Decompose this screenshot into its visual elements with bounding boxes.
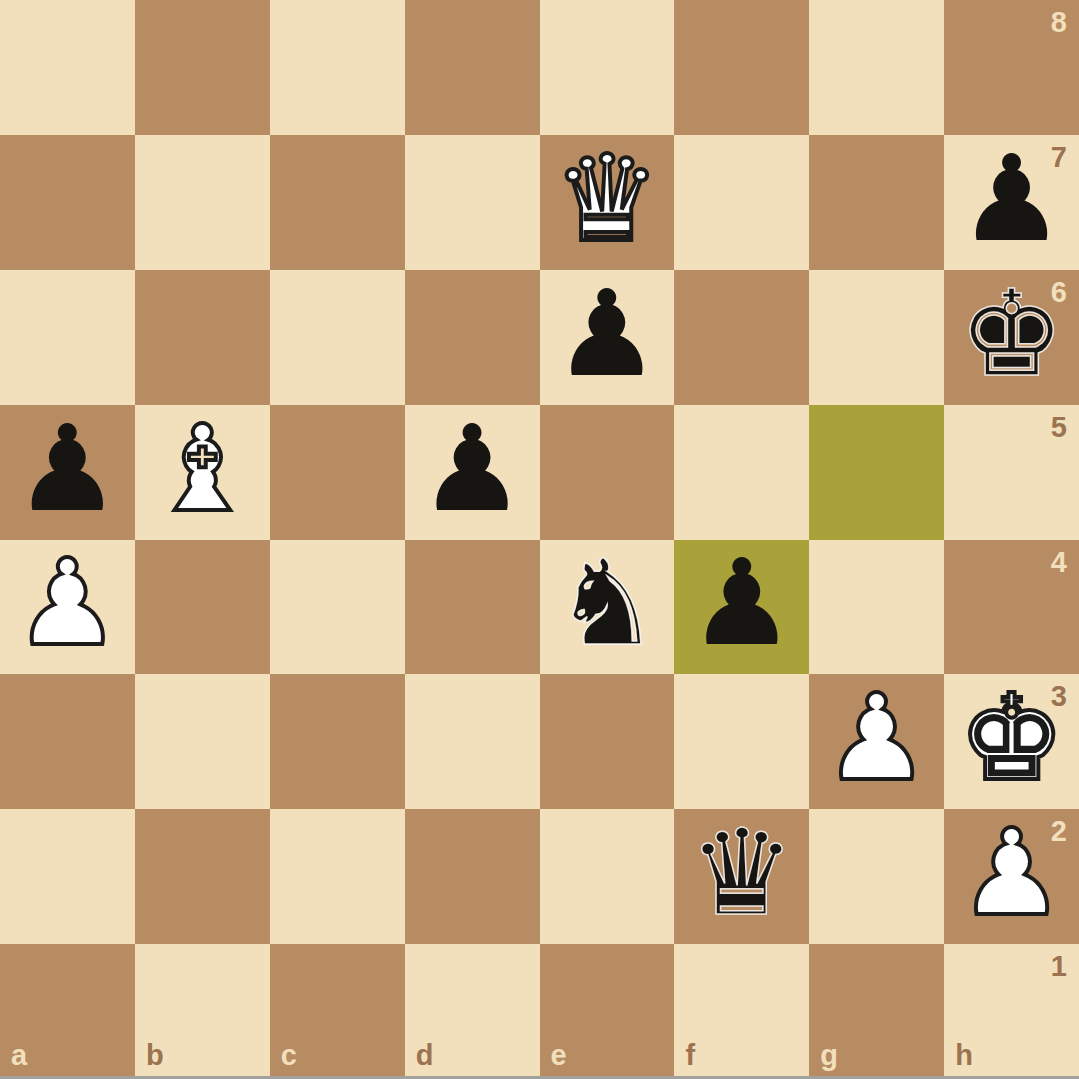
- square-g5[interactable]: [809, 405, 944, 540]
- square-g8[interactable]: [809, 0, 944, 135]
- square-c6[interactable]: [270, 270, 405, 405]
- black-pawn[interactable]: ♟: [419, 410, 526, 529]
- square-h4[interactable]: 4: [944, 540, 1079, 675]
- square-a2[interactable]: [0, 809, 135, 944]
- chess-board-wrap: 8♛♟7♟♚6♟♝♟5♟♞♟4♟♚3♛♟2abcdefgh1: [0, 0, 1079, 1079]
- square-b8[interactable]: [135, 0, 270, 135]
- file-label-g: g: [820, 1041, 838, 1070]
- square-b1[interactable]: b: [135, 944, 270, 1079]
- square-f4[interactable]: ♟: [674, 540, 809, 675]
- square-d3[interactable]: [405, 674, 540, 809]
- chess-board[interactable]: 8♛♟7♟♚6♟♝♟5♟♞♟4♟♚3♛♟2abcdefgh1: [0, 0, 1079, 1079]
- square-e7[interactable]: ♛: [540, 135, 675, 270]
- square-c5[interactable]: [270, 405, 405, 540]
- square-c7[interactable]: [270, 135, 405, 270]
- square-c8[interactable]: [270, 0, 405, 135]
- white-pawn[interactable]: ♟: [14, 544, 121, 663]
- white-bishop[interactable]: ♝: [149, 410, 256, 529]
- square-f1[interactable]: f: [674, 944, 809, 1079]
- square-c2[interactable]: [270, 809, 405, 944]
- square-e1[interactable]: e: [540, 944, 675, 1079]
- black-pawn[interactable]: ♟: [958, 140, 1065, 259]
- square-b3[interactable]: [135, 674, 270, 809]
- square-g2[interactable]: [809, 809, 944, 944]
- square-f7[interactable]: [674, 135, 809, 270]
- square-g4[interactable]: [809, 540, 944, 675]
- black-king[interactable]: ♚: [958, 275, 1065, 394]
- square-d1[interactable]: d: [405, 944, 540, 1079]
- square-a8[interactable]: [0, 0, 135, 135]
- square-f3[interactable]: [674, 674, 809, 809]
- white-pawn[interactable]: ♟: [823, 679, 930, 798]
- file-label-b: b: [146, 1041, 164, 1070]
- square-b2[interactable]: [135, 809, 270, 944]
- file-label-h: h: [955, 1041, 973, 1070]
- square-d4[interactable]: [405, 540, 540, 675]
- square-e2[interactable]: [540, 809, 675, 944]
- black-pawn[interactable]: ♟: [554, 275, 661, 394]
- square-b5[interactable]: ♝: [135, 405, 270, 540]
- square-a4[interactable]: ♟: [0, 540, 135, 675]
- square-d2[interactable]: [405, 809, 540, 944]
- square-d8[interactable]: [405, 0, 540, 135]
- square-c3[interactable]: [270, 674, 405, 809]
- square-e6[interactable]: ♟: [540, 270, 675, 405]
- square-h6[interactable]: ♚6: [944, 270, 1079, 405]
- square-a7[interactable]: [0, 135, 135, 270]
- square-c1[interactable]: c: [270, 944, 405, 1079]
- square-h7[interactable]: ♟7: [944, 135, 1079, 270]
- square-g3[interactable]: ♟: [809, 674, 944, 809]
- square-a1[interactable]: a: [0, 944, 135, 1079]
- square-a3[interactable]: [0, 674, 135, 809]
- square-e3[interactable]: [540, 674, 675, 809]
- square-a5[interactable]: ♟: [0, 405, 135, 540]
- square-b6[interactable]: [135, 270, 270, 405]
- square-e5[interactable]: [540, 405, 675, 540]
- white-king[interactable]: ♚: [958, 679, 1065, 798]
- square-d5[interactable]: ♟: [405, 405, 540, 540]
- square-d7[interactable]: [405, 135, 540, 270]
- square-a6[interactable]: [0, 270, 135, 405]
- square-b7[interactable]: [135, 135, 270, 270]
- white-queen[interactable]: ♛: [554, 140, 661, 259]
- square-f8[interactable]: [674, 0, 809, 135]
- black-queen[interactable]: ♛: [688, 814, 795, 933]
- black-pawn[interactable]: ♟: [14, 410, 121, 529]
- file-label-d: d: [416, 1041, 434, 1070]
- white-pawn[interactable]: ♟: [958, 814, 1065, 933]
- file-label-c: c: [281, 1041, 297, 1070]
- rank-label-1: 1: [1051, 952, 1067, 981]
- square-f2[interactable]: ♛: [674, 809, 809, 944]
- square-e4[interactable]: ♞: [540, 540, 675, 675]
- square-h2[interactable]: ♟2: [944, 809, 1079, 944]
- square-b4[interactable]: [135, 540, 270, 675]
- file-label-f: f: [685, 1041, 695, 1070]
- square-f5[interactable]: [674, 405, 809, 540]
- square-e8[interactable]: [540, 0, 675, 135]
- black-knight[interactable]: ♞: [554, 544, 661, 663]
- file-label-a: a: [11, 1041, 27, 1070]
- square-h3[interactable]: ♚3: [944, 674, 1079, 809]
- rank-label-8: 8: [1051, 8, 1067, 37]
- square-g1[interactable]: g: [809, 944, 944, 1079]
- square-f6[interactable]: [674, 270, 809, 405]
- square-c4[interactable]: [270, 540, 405, 675]
- rank-label-4: 4: [1051, 548, 1067, 577]
- square-h8[interactable]: 8: [944, 0, 1079, 135]
- black-pawn[interactable]: ♟: [688, 544, 795, 663]
- square-g6[interactable]: [809, 270, 944, 405]
- rank-label-5: 5: [1051, 413, 1067, 442]
- square-h1[interactable]: h1: [944, 944, 1079, 1079]
- square-h5[interactable]: 5: [944, 405, 1079, 540]
- square-g7[interactable]: [809, 135, 944, 270]
- file-label-e: e: [551, 1041, 567, 1070]
- square-d6[interactable]: [405, 270, 540, 405]
